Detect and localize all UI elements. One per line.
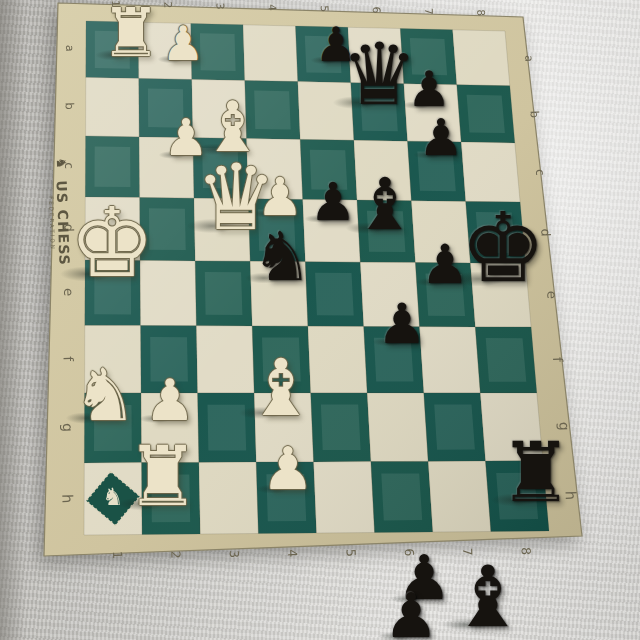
rank-label-bottom-5: 5	[343, 549, 358, 557]
piece-black-pawn-d5-on-d5[interactable]: ♟	[310, 176, 357, 228]
piece-black-rook-h8-on-h8[interactable]: ♜	[499, 432, 573, 515]
square-f5[interactable]	[308, 326, 367, 393]
rank-label-top-5: 5	[319, 5, 331, 12]
file-label-right-b: b	[528, 110, 542, 118]
rank-label-top-8: 8	[475, 9, 487, 16]
file-label-right-a: a	[522, 55, 535, 62]
svg-text:♞: ♞	[102, 483, 124, 511]
chess-board: aabbccddeeffgghh1122334455667788♞US CHES…	[0, 0, 640, 640]
rank-label-top-3: 3	[214, 3, 226, 10]
square-h3[interactable]	[199, 462, 259, 534]
rank-label-bottom-1: 1	[110, 551, 125, 559]
piece-white-knight-g1-on-g1[interactable]: ♞	[73, 359, 138, 431]
file-label-left-b: b	[63, 102, 77, 110]
piece-black-pawn-c7-on-c7[interactable]: ♟	[418, 113, 464, 164]
piece-black-bishop-d6-on-d6[interactable]: ♝	[353, 169, 417, 241]
piece-white-rook-h2-on-h2[interactable]: ♜	[126, 436, 200, 519]
piece-white-bishop-g4-on-g4[interactable]: ♝	[246, 349, 316, 427]
square-g5-worn	[321, 405, 361, 451]
file-label-left-h: h	[59, 494, 75, 504]
piece-white-pawn-g2-on-g2[interactable]: ♟	[144, 372, 195, 429]
square-a8[interactable]	[453, 30, 510, 86]
captured-black-bishop[interactable]: ♝	[450, 555, 526, 639]
square-b1[interactable]	[86, 77, 140, 136]
rank-label-top-2: 2	[162, 1, 174, 8]
piece-black-pawn-b7-on-b7[interactable]: ♟	[407, 65, 451, 114]
piece-white-pawn-a2-on-a2[interactable]: ♟	[162, 20, 205, 68]
rank-label-bottom-4: 4	[285, 549, 300, 558]
square-h6-worn	[381, 473, 422, 520]
square-h7[interactable]	[428, 461, 491, 532]
rank-label-bottom-3: 3	[227, 550, 242, 558]
piece-black-queen-b6-on-b6[interactable]: ♛	[341, 32, 418, 118]
piece-black-king-e8-on-e8[interactable]: ♚	[460, 200, 546, 296]
square-g3-worn	[208, 405, 247, 451]
us-chess-logo-subtitle: FEDERATION	[48, 196, 56, 251]
square-e3-worn	[205, 272, 243, 315]
square-a3-worn	[200, 33, 236, 71]
file-label-left-a: a	[63, 45, 76, 52]
rank-label-top-7: 7	[423, 8, 435, 15]
square-g6[interactable]	[367, 393, 428, 462]
square-b8-worn	[467, 95, 505, 133]
piece-black-knight-e4-on-e4[interactable]: ♞	[252, 223, 313, 291]
square-f8-worn	[486, 338, 527, 382]
piece-black-pawn-f6-on-f6[interactable]: ♟	[377, 296, 427, 352]
piece-white-rook-a1-on-a1[interactable]: ♜	[101, 0, 161, 67]
file-label-right-c: c	[533, 169, 547, 176]
piece-white-king-e1-on-e1[interactable]: ♚	[69, 195, 155, 291]
table-surface: aabbccddeeffgghh1122334455667788♞US CHES…	[0, 0, 640, 640]
square-h5[interactable]	[314, 462, 375, 533]
rank-label-bottom-2: 2	[168, 550, 183, 558]
square-c1-worn	[95, 147, 131, 188]
piece-black-pawn-e7-on-e7[interactable]: ♟	[421, 238, 469, 292]
square-e5-worn	[315, 273, 354, 316]
square-g7-worn	[434, 405, 475, 450]
rank-label-top-4: 4	[267, 4, 279, 11]
piece-white-pawn-h4-on-h4[interactable]: ♟	[262, 440, 315, 499]
rank-label-top-6: 6	[371, 7, 383, 14]
us-chess-logo-knight-icon: ♞	[54, 157, 69, 169]
file-label-right-e: e	[544, 291, 559, 300]
square-a4[interactable]	[243, 25, 298, 82]
square-f7[interactable]	[420, 327, 481, 393]
captured-black-pawn[interactable]: ♟	[383, 586, 438, 640]
